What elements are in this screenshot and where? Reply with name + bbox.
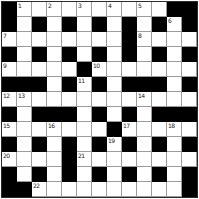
- cell-r6-c0[interactable]: 12: [2, 92, 17, 107]
- block-cell-r7-c12: [182, 107, 197, 122]
- clue-number-6: 6: [168, 17, 171, 24]
- block-cell-r3-c8: [122, 47, 137, 62]
- cell-r9-c11[interactable]: [167, 137, 182, 152]
- clue-number-13: 13: [18, 92, 25, 99]
- cell-r12-c6[interactable]: [92, 182, 107, 197]
- block-cell-r0-c0: [2, 2, 17, 17]
- cell-r7-c9[interactable]: [137, 107, 152, 122]
- block-cell-r11-c8: [122, 167, 137, 182]
- clue-number-10: 10: [93, 62, 100, 69]
- cell-r10-c8[interactable]: [122, 152, 137, 167]
- cell-r4-c2[interactable]: [32, 62, 47, 77]
- cell-r7-c7[interactable]: [107, 107, 122, 122]
- block-cell-r11-c4: [62, 167, 77, 182]
- block-cell-r3-c6: [92, 47, 107, 62]
- cell-r8-c10[interactable]: [152, 122, 167, 137]
- cell-r2-c1[interactable]: [17, 32, 32, 47]
- cell-r0-c7[interactable]: 4: [107, 2, 122, 17]
- cell-r0-c2[interactable]: [32, 2, 47, 17]
- block-cell-r5-c8: [122, 77, 137, 92]
- clue-number-8: 8: [138, 32, 141, 39]
- cell-r9-c5[interactable]: [77, 137, 92, 152]
- cell-r11-c9[interactable]: [137, 167, 152, 182]
- block-cell-r7-c6: [92, 107, 107, 122]
- cell-r2-c3[interactable]: [47, 32, 62, 47]
- clue-number-17: 17: [123, 122, 130, 129]
- block-cell-r8-c7: [107, 122, 122, 137]
- cell-r0-c1[interactable]: 1: [17, 2, 32, 17]
- cell-r0-c5[interactable]: 3: [77, 2, 92, 17]
- cell-r6-c2[interactable]: [32, 92, 47, 107]
- cell-r0-c3[interactable]: 2: [47, 2, 62, 17]
- cell-r6-c11[interactable]: [167, 92, 182, 107]
- cell-r9-c3[interactable]: [47, 137, 62, 152]
- cell-r0-c6[interactable]: [92, 2, 107, 17]
- block-cell-r9-c2: [32, 137, 47, 152]
- cell-r4-c11[interactable]: [167, 62, 182, 77]
- cell-r9-c1[interactable]: [17, 137, 32, 152]
- cell-r5-c7[interactable]: [107, 77, 122, 92]
- cell-r4-c7[interactable]: [107, 62, 122, 77]
- block-cell-r12-c1: [17, 182, 32, 197]
- clue-number-18: 18: [168, 122, 175, 129]
- cell-r1-c9[interactable]: [137, 17, 152, 32]
- cell-r6-c12[interactable]: [182, 92, 197, 107]
- cell-r8-c8[interactable]: 17: [122, 122, 137, 137]
- clue-number-2: 2: [48, 2, 51, 9]
- cell-r5-c11[interactable]: [167, 77, 182, 92]
- cell-r11-c11[interactable]: [167, 167, 182, 182]
- cell-r11-c1[interactable]: [17, 167, 32, 182]
- clue-number-19: 19: [108, 137, 115, 144]
- block-cell-r9-c8: [122, 137, 137, 152]
- block-cell-r12-c0: [2, 182, 17, 197]
- clue-number-22: 22: [33, 182, 40, 189]
- cell-r6-c7[interactable]: [107, 92, 122, 107]
- cell-r10-c2[interactable]: [32, 152, 47, 167]
- cell-r8-c0[interactable]: 15: [2, 122, 17, 137]
- cell-r0-c8[interactable]: [122, 2, 137, 17]
- cell-r3-c11[interactable]: [167, 47, 182, 62]
- block-cell-r0-c11: [167, 2, 182, 17]
- clue-number-21: 21: [78, 152, 85, 159]
- block-cell-r9-c12: [182, 137, 197, 152]
- block-cell-r5-c10: [152, 77, 167, 92]
- block-cell-r5-c6: [92, 77, 107, 92]
- block-cell-r5-c4: [62, 77, 77, 92]
- cell-r8-c9[interactable]: [137, 122, 152, 137]
- cell-r12-c11[interactable]: [167, 182, 182, 197]
- cell-r3-c5[interactable]: [77, 47, 92, 62]
- cell-r8-c6[interactable]: [92, 122, 107, 137]
- cell-r10-c6[interactable]: [92, 152, 107, 167]
- cell-r10-c1[interactable]: [17, 152, 32, 167]
- cell-r2-c9[interactable]: 8: [137, 32, 152, 47]
- cell-r3-c7[interactable]: [107, 47, 122, 62]
- clue-number-7: 7: [3, 32, 6, 39]
- block-cell-r1-c6: [92, 17, 107, 32]
- cell-r6-c4[interactable]: [62, 92, 77, 107]
- block-cell-r12-c12: [182, 182, 197, 197]
- cell-r2-c7[interactable]: [107, 32, 122, 47]
- block-cell-r11-c10: [152, 167, 167, 182]
- clue-number-5: 5: [138, 2, 141, 9]
- clue-number-20: 20: [3, 152, 10, 159]
- block-cell-r3-c10: [152, 47, 167, 62]
- cell-r10-c5[interactable]: 21: [77, 152, 92, 167]
- cell-r12-c2[interactable]: 22: [32, 182, 47, 197]
- cell-r0-c4[interactable]: [62, 2, 77, 17]
- cell-r6-c10[interactable]: [152, 92, 167, 107]
- cell-r4-c10[interactable]: [152, 62, 167, 77]
- cell-r5-c5[interactable]: 11: [77, 77, 92, 92]
- cell-r10-c11[interactable]: [167, 152, 182, 167]
- block-cell-r11-c12: [182, 167, 197, 182]
- block-cell-r1-c12: [182, 17, 197, 32]
- block-cell-r7-c3: [47, 107, 62, 122]
- block-cell-r3-c2: [32, 47, 47, 62]
- cell-r8-c1[interactable]: [17, 122, 32, 137]
- cell-r11-c3[interactable]: [47, 167, 62, 182]
- cell-r4-c8[interactable]: [122, 62, 137, 77]
- block-cell-r5-c9: [137, 77, 152, 92]
- cell-r1-c3[interactable]: [47, 17, 62, 32]
- cell-r10-c10[interactable]: [152, 152, 167, 167]
- cell-r4-c1[interactable]: [17, 62, 32, 77]
- cell-r9-c9[interactable]: [137, 137, 152, 152]
- block-cell-r5-c12: [182, 77, 197, 92]
- block-cell-r5-c1: [17, 77, 32, 92]
- cell-r2-c5[interactable]: [77, 32, 92, 47]
- cell-r8-c11[interactable]: 18: [167, 122, 182, 137]
- cell-r3-c1[interactable]: [17, 47, 32, 62]
- block-cell-r11-c0: [2, 167, 17, 182]
- cell-r4-c12[interactable]: [182, 62, 197, 77]
- clue-number-14: 14: [138, 92, 145, 99]
- cell-r2-c2[interactable]: [32, 32, 47, 47]
- clue-number-9: 9: [3, 62, 6, 69]
- block-cell-r5-c0: [2, 77, 17, 92]
- cell-r6-c8[interactable]: [122, 92, 137, 107]
- cell-r5-c3[interactable]: [47, 77, 62, 92]
- block-cell-r1-c4: [62, 17, 77, 32]
- cell-r10-c9[interactable]: [137, 152, 152, 167]
- block-cell-r11-c2: [32, 167, 47, 182]
- cell-r8-c4[interactable]: [62, 122, 77, 137]
- cell-r12-c9[interactable]: [137, 182, 152, 197]
- cell-r9-c7[interactable]: 19: [107, 137, 122, 152]
- block-cell-r7-c2: [32, 107, 47, 122]
- clue-number-11: 11: [78, 77, 85, 84]
- cell-r7-c1[interactable]: [17, 107, 32, 122]
- cell-r12-c3[interactable]: [47, 182, 62, 197]
- cell-r10-c12[interactable]: [182, 152, 197, 167]
- cell-r6-c3[interactable]: [47, 92, 62, 107]
- cell-r4-c4[interactable]: [62, 62, 77, 77]
- cell-r0-c9[interactable]: 5: [137, 2, 152, 17]
- block-cell-r5-c2: [32, 77, 47, 92]
- cell-r3-c9[interactable]: [137, 47, 152, 62]
- block-cell-r9-c10: [152, 137, 167, 152]
- block-cell-r2-c8: [122, 32, 137, 47]
- cell-r8-c12[interactable]: [182, 122, 197, 137]
- clue-number-16: 16: [48, 122, 55, 129]
- cell-r6-c6[interactable]: [92, 92, 107, 107]
- block-cell-r9-c4: [62, 137, 77, 152]
- block-cell-r9-c0: [2, 137, 17, 152]
- cell-r7-c5[interactable]: [77, 107, 92, 122]
- block-cell-r0-c12: [182, 2, 197, 17]
- cell-r0-c10[interactable]: [152, 2, 167, 17]
- clue-number-15: 15: [3, 122, 10, 129]
- cell-r1-c11[interactable]: 6: [167, 17, 182, 32]
- cell-r6-c5[interactable]: [77, 92, 92, 107]
- block-cell-r1-c2: [32, 17, 47, 32]
- cell-r1-c5[interactable]: [77, 17, 92, 32]
- cell-r2-c6[interactable]: [92, 32, 107, 47]
- cell-r11-c7[interactable]: [107, 167, 122, 182]
- crossword-grid: 12345678910111213141516171819202122: [1, 1, 198, 198]
- cell-r2-c10[interactable]: [152, 32, 167, 47]
- block-cell-r11-c6: [92, 167, 107, 182]
- block-cell-r1-c8: [122, 17, 137, 32]
- block-cell-r3-c4: [62, 47, 77, 62]
- cell-r10-c3[interactable]: [47, 152, 62, 167]
- cell-r11-c5[interactable]: [77, 167, 92, 182]
- cell-r8-c5[interactable]: [77, 122, 92, 137]
- cell-r8-c2[interactable]: [32, 122, 47, 137]
- crossword-board-wrapper: 12345678910111213141516171819202122: [1, 1, 198, 198]
- cell-r12-c7[interactable]: [107, 182, 122, 197]
- block-cell-r9-c6: [92, 137, 107, 152]
- cell-r10-c7[interactable]: [107, 152, 122, 167]
- cell-r2-c4[interactable]: [62, 32, 77, 47]
- block-cell-r7-c10: [152, 107, 167, 122]
- cell-r3-c3[interactable]: [47, 47, 62, 62]
- cell-r10-c0[interactable]: 20: [2, 152, 17, 167]
- block-cell-r7-c8: [122, 107, 137, 122]
- cell-r4-c9[interactable]: [137, 62, 152, 77]
- block-cell-r7-c0: [2, 107, 17, 122]
- cell-r4-c6[interactable]: 10: [92, 62, 107, 77]
- block-cell-r7-c4: [62, 107, 77, 122]
- cell-r12-c8[interactable]: [122, 182, 137, 197]
- cell-r1-c1[interactable]: [17, 17, 32, 32]
- clue-number-1: 1: [18, 2, 21, 9]
- cell-r8-c3[interactable]: 16: [47, 122, 62, 137]
- block-cell-r1-c0: [2, 17, 17, 32]
- clue-number-3: 3: [78, 2, 81, 9]
- cell-r2-c11[interactable]: [167, 32, 182, 47]
- block-cell-r3-c0: [2, 47, 17, 62]
- block-cell-r1-c10: [152, 17, 167, 32]
- cell-r12-c10[interactable]: [152, 182, 167, 197]
- clue-number-12: 12: [3, 92, 10, 99]
- block-cell-r4-c5: [77, 62, 92, 77]
- cell-r4-c0[interactable]: 9: [2, 62, 17, 77]
- cell-r2-c12[interactable]: [182, 32, 197, 47]
- block-cell-r7-c11: [167, 107, 182, 122]
- cell-r2-c0[interactable]: 7: [2, 32, 17, 47]
- block-cell-r3-c12: [182, 47, 197, 62]
- block-cell-r10-c4: [62, 152, 77, 167]
- cell-r12-c4[interactable]: [62, 182, 77, 197]
- cell-r12-c5[interactable]: [77, 182, 92, 197]
- cell-r4-c3[interactable]: [47, 62, 62, 77]
- clue-number-4: 4: [108, 2, 111, 9]
- cell-r6-c1[interactable]: 13: [17, 92, 32, 107]
- cell-r1-c7[interactable]: [107, 17, 122, 32]
- cell-r6-c9[interactable]: 14: [137, 92, 152, 107]
